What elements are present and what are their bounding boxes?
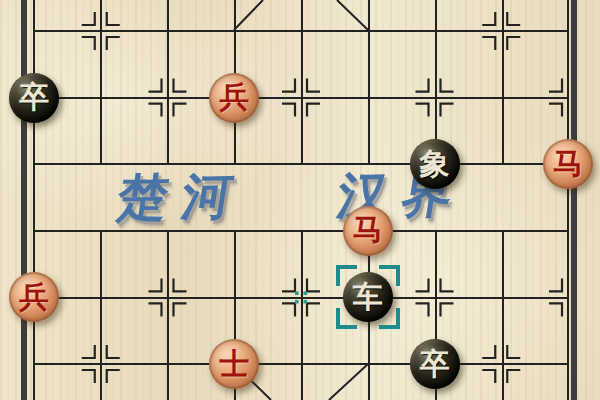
board-right-edge <box>571 0 577 400</box>
piece-red-advisor[interactable]: 士 <box>209 339 259 389</box>
board-grid <box>33 0 569 400</box>
board-cell[interactable] <box>167 230 234 297</box>
piece-black-soldier-a[interactable]: 卒 <box>9 73 59 123</box>
piece-red-soldier-a[interactable]: 兵 <box>209 73 259 123</box>
board-cell[interactable] <box>502 363 569 400</box>
board-cell[interactable] <box>33 0 100 30</box>
board-cell[interactable] <box>301 0 368 30</box>
board-cell[interactable] <box>100 230 167 297</box>
board-cell[interactable] <box>100 363 167 400</box>
board-cell[interactable] <box>301 97 368 163</box>
board-cell[interactable] <box>234 0 301 30</box>
board-cell[interactable] <box>33 363 100 400</box>
board-cell[interactable] <box>301 30 368 97</box>
board-cell[interactable] <box>301 363 368 400</box>
xiangqi-board: 楚河 汉界 卒兵象马马车兵士卒 <box>0 0 600 400</box>
piece-black-elephant[interactable]: 象 <box>410 139 460 189</box>
board-cell[interactable] <box>167 0 234 30</box>
piece-red-horse-a[interactable]: 马 <box>543 139 593 189</box>
board-cell[interactable] <box>435 0 502 30</box>
board-left-edge <box>21 0 27 400</box>
board-cell[interactable] <box>100 297 167 363</box>
board-cell[interactable] <box>368 0 435 30</box>
piece-red-horse-b[interactable]: 马 <box>343 206 393 256</box>
piece-black-chariot[interactable]: 车 <box>343 272 393 322</box>
board-cell[interactable] <box>100 30 167 97</box>
board-cell[interactable] <box>502 297 569 363</box>
board-cell[interactable] <box>502 0 569 30</box>
board-cell[interactable] <box>502 230 569 297</box>
board-cell[interactable] <box>435 30 502 97</box>
board-cell[interactable] <box>234 230 301 297</box>
board-cell[interactable] <box>435 230 502 297</box>
board-cell[interactable] <box>502 30 569 97</box>
board-cell[interactable] <box>368 30 435 97</box>
river-label-chu-he: 楚河 <box>112 163 251 232</box>
piece-black-soldier-b[interactable]: 卒 <box>410 339 460 389</box>
board-cell[interactable] <box>100 0 167 30</box>
board-cell[interactable] <box>33 163 100 230</box>
board-cell[interactable] <box>100 97 167 163</box>
